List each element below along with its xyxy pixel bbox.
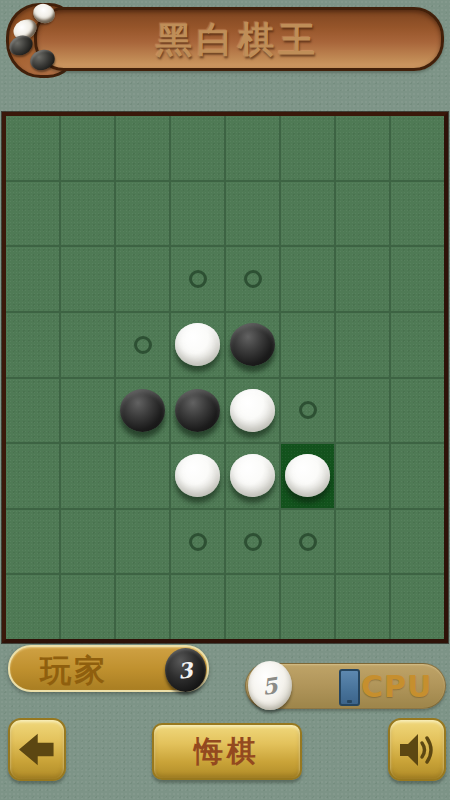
board-cell-r2c3[interactable] — [171, 247, 224, 311]
back-button[interactable] — [8, 718, 66, 781]
board-cell-r5c7 — [391, 444, 444, 508]
cpu-white-disc-badge: 5 — [248, 661, 292, 710]
board-cell-r6c3[interactable] — [171, 510, 224, 574]
board-cell-r3c7 — [391, 313, 444, 377]
board-cell-r3c2[interactable] — [116, 313, 169, 377]
back-arrow-icon — [19, 733, 55, 767]
board-cell-r1c5 — [281, 182, 334, 246]
board-cell-r1c1 — [61, 182, 114, 246]
board-cell-r4c2 — [116, 379, 169, 443]
board-cell-r7c6 — [336, 575, 389, 639]
legal-move-hint — [244, 270, 262, 288]
undo-button-label: 悔棋 — [194, 732, 260, 772]
board-cell-r5c1 — [61, 444, 114, 508]
cpu-score: 5 — [261, 672, 280, 700]
board-cell-r7c0 — [6, 575, 59, 639]
white-disc — [230, 454, 275, 497]
board-cell-r5c6 — [336, 444, 389, 508]
player-label: 玩家 — [40, 650, 108, 692]
board-cell-r7c5 — [281, 575, 334, 639]
board-cell-r0c5 — [281, 116, 334, 180]
board-cell-r3c4 — [226, 313, 279, 377]
board-cell-r1c0 — [6, 182, 59, 246]
board-cell-r0c3 — [171, 116, 224, 180]
board-cell-r6c5[interactable] — [281, 510, 334, 574]
black-disc — [120, 389, 165, 432]
board-cell-r3c1 — [61, 313, 114, 377]
board-cell-r0c0 — [6, 116, 59, 180]
legal-move-hint — [299, 533, 317, 551]
legal-move-hint — [244, 533, 262, 551]
board-cell-r2c4[interactable] — [226, 247, 279, 311]
board-cell-r6c6 — [336, 510, 389, 574]
phone-icon — [339, 669, 360, 706]
board-cell-r2c6 — [336, 247, 389, 311]
white-disc — [175, 323, 220, 366]
board-cell-r5c3 — [171, 444, 224, 508]
player-score: 3 — [177, 657, 195, 684]
board-cell-r2c0 — [6, 247, 59, 311]
board-cell-r1c6 — [336, 182, 389, 246]
board-cell-r3c0 — [6, 313, 59, 377]
board-cell-r1c3 — [171, 182, 224, 246]
board-cell-r7c4 — [226, 575, 279, 639]
board-cell-r2c1 — [61, 247, 114, 311]
board-cell-r0c1 — [61, 116, 114, 180]
legal-move-hint — [189, 270, 207, 288]
white-disc — [175, 454, 220, 497]
legal-move-hint — [134, 336, 152, 354]
board-cell-r6c7 — [391, 510, 444, 574]
board-cell-r5c5 — [281, 444, 334, 508]
board-cell-r4c3 — [171, 379, 224, 443]
black-disc — [175, 389, 220, 432]
app-window: 黑白棋王 玩家 3 5 CPU 悔棋 — [0, 0, 450, 800]
speaker-icon — [397, 731, 437, 769]
white-disc — [230, 389, 275, 432]
player-black-disc-badge: 3 — [165, 648, 206, 692]
board-cell-r4c6 — [336, 379, 389, 443]
black-disc — [230, 323, 275, 366]
cpu-score-pill: 5 CPU — [245, 663, 446, 709]
legal-move-hint — [189, 533, 207, 551]
board-cell-r1c7 — [391, 182, 444, 246]
board-cell-r4c5[interactable] — [281, 379, 334, 443]
board-cell-r3c5 — [281, 313, 334, 377]
title-banner: 黑白棋王 — [6, 3, 444, 73]
legal-move-hint — [299, 401, 317, 419]
board-cell-r6c0 — [6, 510, 59, 574]
board-cell-r0c2 — [116, 116, 169, 180]
cpu-label: CPU — [361, 669, 432, 704]
player-score-pill: 玩家 3 — [8, 645, 209, 692]
board-cell-r5c2 — [116, 444, 169, 508]
board-cell-r4c4 — [226, 379, 279, 443]
board-cell-r6c2 — [116, 510, 169, 574]
board-cell-r2c5 — [281, 247, 334, 311]
board-cell-r7c7 — [391, 575, 444, 639]
board-cell-r5c0 — [6, 444, 59, 508]
board-cell-r4c7 — [391, 379, 444, 443]
board-cell-r4c0 — [6, 379, 59, 443]
board-cell-r3c6 — [336, 313, 389, 377]
othello-board[interactable] — [2, 112, 448, 643]
board-cell-r5c4 — [226, 444, 279, 508]
undo-button[interactable]: 悔棋 — [152, 723, 302, 780]
board-cell-r0c6 — [336, 116, 389, 180]
board-cell-r4c1 — [61, 379, 114, 443]
board-cell-r1c4 — [226, 182, 279, 246]
app-title: 黑白棋王 — [36, 16, 440, 65]
board-cell-r2c7 — [391, 247, 444, 311]
board-cell-r7c2 — [116, 575, 169, 639]
board-cell-r0c7 — [391, 116, 444, 180]
board-cell-r7c3 — [171, 575, 224, 639]
sound-button[interactable] — [388, 718, 446, 781]
board-cell-r3c3 — [171, 313, 224, 377]
board-cell-r2c2 — [116, 247, 169, 311]
board-cell-r1c2 — [116, 182, 169, 246]
board-cell-r6c1 — [61, 510, 114, 574]
white-disc — [285, 454, 330, 497]
board-cell-r0c4 — [226, 116, 279, 180]
board-cell-r6c4[interactable] — [226, 510, 279, 574]
board-cell-r7c1 — [61, 575, 114, 639]
